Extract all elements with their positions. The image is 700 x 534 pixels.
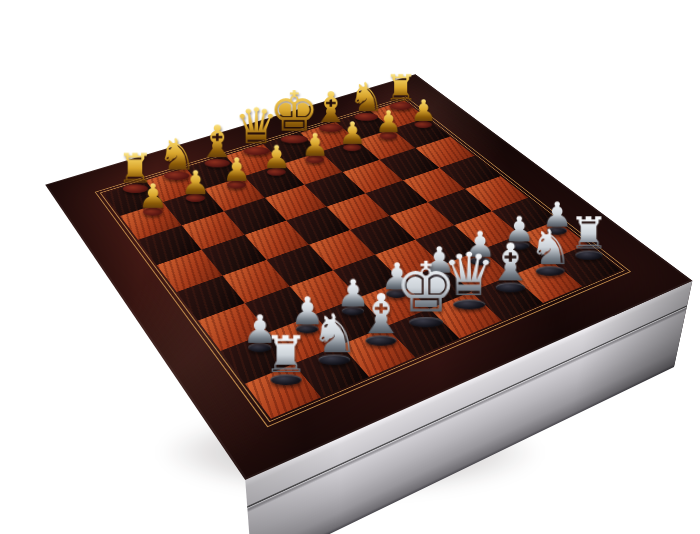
piece-gold-pawn-c7[interactable]: ♟ xyxy=(222,153,251,195)
pawn-glyph: ♟ xyxy=(180,166,210,199)
piece-silver-knight-g1[interactable]: ♞ xyxy=(528,223,572,284)
piece-gold-pawn-f7[interactable]: ♟ xyxy=(338,118,366,158)
piece-silver-rook-h1[interactable]: ♜ xyxy=(569,212,608,267)
photo-scene: ♜♞♝♛♚♝♞♜♟♟♟♟♟♟♟♟♟♟♟♟♟♟♟♟♜♞♝♚♛♝♞♜ xyxy=(0,0,700,534)
pawn-glyph: ♟ xyxy=(338,118,366,149)
pawn-glyph: ♟ xyxy=(222,153,251,186)
pawn-glyph: ♟ xyxy=(262,141,291,173)
piece-gold-pawn-g7[interactable]: ♟ xyxy=(375,106,402,146)
piece-silver-knight-b1[interactable]: ♞ xyxy=(310,307,358,374)
piece-gold-pawn-d7[interactable]: ♟ xyxy=(262,141,291,182)
piece-gold-pawn-h7[interactable]: ♟ xyxy=(410,96,437,135)
piece-silver-bishop-c1[interactable]: ♝ xyxy=(356,286,406,354)
square-d6[interactable] xyxy=(265,185,327,221)
piece-gold-pawn-b7[interactable]: ♟ xyxy=(180,166,210,209)
piece-silver-rook-a1[interactable]: ♜ xyxy=(263,330,308,394)
rook-glyph: ♜ xyxy=(569,212,608,256)
pawn-glyph: ♟ xyxy=(410,96,437,126)
pawn-glyph: ♟ xyxy=(375,106,402,137)
bishop-glyph: ♝ xyxy=(356,286,406,341)
piece-gold-pawn-a7[interactable]: ♟ xyxy=(137,179,167,223)
knight-glyph: ♞ xyxy=(310,307,358,361)
pawn-glyph: ♟ xyxy=(137,179,167,213)
rook-glyph: ♜ xyxy=(263,330,308,380)
pawn-glyph: ♟ xyxy=(301,129,329,161)
knight-glyph: ♞ xyxy=(528,223,572,272)
piece-gold-pawn-e7[interactable]: ♟ xyxy=(301,129,329,170)
